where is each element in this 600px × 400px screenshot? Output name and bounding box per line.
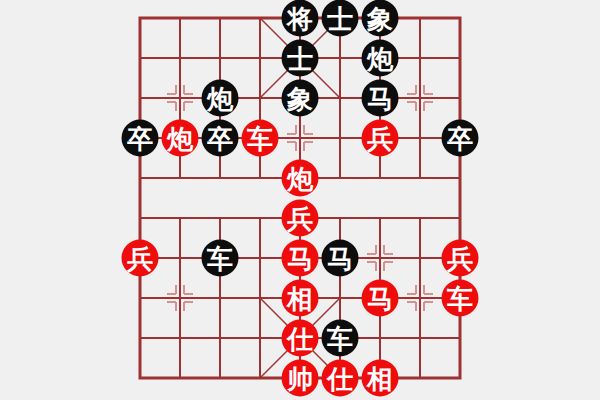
piece-red-soldier[interactable]: 兵 — [362, 120, 399, 157]
piece-red-soldier[interactable]: 兵 — [442, 240, 479, 277]
piece-red-horse[interactable]: 马 — [282, 240, 319, 277]
piece-black-general[interactable]: 将 — [282, 0, 319, 37]
piece-black-horse[interactable]: 马 — [322, 240, 359, 277]
piece-black-soldier[interactable]: 卒 — [202, 120, 239, 157]
piece-red-elephant[interactable]: 相 — [362, 360, 399, 397]
piece-red-soldier[interactable]: 兵 — [282, 200, 319, 237]
xiangqi-app: 将士象士炮炮象马卒炮卒车兵卒炮兵兵车马马兵相马车仕车帅仕相 — [0, 0, 600, 400]
piece-black-elephant[interactable]: 象 — [362, 0, 399, 37]
piece-black-cannon[interactable]: 炮 — [202, 80, 239, 117]
piece-black-soldier[interactable]: 卒 — [442, 120, 479, 157]
piece-red-cannon[interactable]: 炮 — [162, 120, 199, 157]
piece-red-advisor[interactable]: 仕 — [322, 360, 359, 397]
piece-red-advisor[interactable]: 仕 — [282, 320, 319, 357]
piece-red-chariot[interactable]: 车 — [242, 120, 279, 157]
piece-black-elephant[interactable]: 象 — [282, 80, 319, 117]
piece-black-advisor[interactable]: 士 — [322, 0, 359, 37]
piece-red-cannon[interactable]: 炮 — [282, 160, 319, 197]
piece-black-advisor[interactable]: 士 — [282, 40, 319, 77]
piece-black-soldier[interactable]: 卒 — [122, 120, 159, 157]
piece-red-soldier[interactable]: 兵 — [122, 240, 159, 277]
piece-red-chariot[interactable]: 车 — [442, 280, 479, 317]
piece-red-general[interactable]: 帅 — [282, 360, 319, 397]
piece-black-chariot[interactable]: 车 — [322, 320, 359, 357]
piece-black-cannon[interactable]: 炮 — [362, 40, 399, 77]
piece-red-horse[interactable]: 马 — [362, 280, 399, 317]
piece-black-chariot[interactable]: 车 — [202, 240, 239, 277]
piece-red-elephant[interactable]: 相 — [282, 280, 319, 317]
piece-black-horse[interactable]: 马 — [362, 80, 399, 117]
xiangqi-board: 将士象士炮炮象马卒炮卒车兵卒炮兵兵车马马兵相马车仕车帅仕相 — [0, 0, 600, 400]
